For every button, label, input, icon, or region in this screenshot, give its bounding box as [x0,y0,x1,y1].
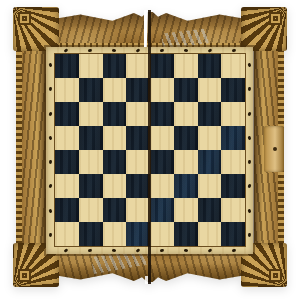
corner-boss-icon [18,12,31,25]
square-r6c3[interactable] [103,174,127,198]
square-r8c5[interactable] [150,222,174,246]
margin-mark [64,248,69,252]
square-r2c5[interactable] [150,78,174,102]
margin-mark [184,249,189,253]
square-r5c7[interactable] [198,150,222,174]
square-r5c6[interactable] [174,150,198,174]
margin-mark [247,63,251,68]
margin-mark [48,63,52,68]
square-r2c6[interactable] [174,78,198,102]
margin-mark [112,249,117,253]
square-r2c2[interactable] [79,78,103,102]
margin-mark [184,48,189,52]
square-r8c6[interactable] [174,222,198,246]
square-r5c2[interactable] [79,150,103,174]
square-r4c7[interactable] [198,126,222,150]
margin-mark [160,48,164,51]
square-r7c1[interactable] [55,198,79,222]
square-r8c4[interactable] [126,222,150,246]
margin-mark [112,48,117,52]
margin-marks-right [246,53,253,247]
square-r4c1[interactable] [55,126,79,150]
square-r8c3[interactable] [103,222,127,246]
margin-mark [232,249,236,252]
margin-mark [88,249,92,252]
margin-mark [49,111,53,116]
square-r6c5[interactable] [150,174,174,198]
square-r6c7[interactable] [198,174,222,198]
square-r7c8[interactable] [221,198,245,222]
square-r3c6[interactable] [174,102,198,126]
margin-mark [208,48,213,52]
square-r7c6[interactable] [174,198,198,222]
clasp-pin-icon [273,147,277,151]
square-r1c4[interactable] [126,54,150,78]
corner-boss-icon [269,269,282,282]
square-r6c4[interactable] [126,174,150,198]
margin-mark [49,233,52,237]
margin-mark [48,135,52,140]
board-grid [54,53,246,247]
square-r1c6[interactable] [174,54,198,78]
notched-edge-left [16,20,22,274]
margin-mark [49,184,53,189]
square-r4c6[interactable] [174,126,198,150]
margin-mark [136,248,141,252]
square-r1c3[interactable] [103,54,127,78]
corner-boss-icon [269,12,282,25]
square-r7c5[interactable] [150,198,174,222]
square-r6c6[interactable] [174,174,198,198]
square-r2c1[interactable] [55,78,79,102]
square-r2c8[interactable] [221,78,245,102]
margin-mark [247,208,251,213]
square-r5c4[interactable] [126,150,150,174]
margin-mark [247,135,251,140]
margin-mark [88,48,92,51]
square-r4c3[interactable] [103,126,127,150]
square-r3c4[interactable] [126,102,150,126]
square-r2c4[interactable] [126,78,150,102]
square-r5c1[interactable] [55,150,79,174]
chess-board [16,10,284,284]
margin-mark [48,208,52,213]
square-r3c1[interactable] [55,102,79,126]
margin-marks-bottom [54,247,246,254]
square-r6c1[interactable] [55,174,79,198]
photo-scene [0,0,300,300]
square-r1c2[interactable] [79,54,103,78]
margin-mark [248,160,251,164]
square-r1c8[interactable] [221,54,245,78]
square-r7c7[interactable] [198,198,222,222]
square-r6c8[interactable] [221,174,245,198]
margin-mark [248,233,251,237]
corner-boss-icon [18,269,31,282]
margin-marks-left [47,53,54,247]
clasp-latch [264,126,284,172]
margin-mark [248,111,252,116]
square-r7c4[interactable] [126,198,150,222]
square-r8c7[interactable] [198,222,222,246]
square-r3c5[interactable] [150,102,174,126]
square-r5c8[interactable] [221,150,245,174]
margin-mark [248,184,252,189]
square-r3c2[interactable] [79,102,103,126]
margin-mark [64,48,69,52]
corner-fan-top-left [13,7,59,51]
margin-mark [248,87,251,91]
corner-fan-top-right [241,7,287,51]
margin-mark [136,48,141,52]
margin-mark [49,160,52,164]
square-r4c8[interactable] [221,126,245,150]
board-panel [46,47,253,254]
square-r4c2[interactable] [79,126,103,150]
square-r1c7[interactable] [198,54,222,78]
square-r1c1[interactable] [55,54,79,78]
margin-mark [49,87,52,91]
square-r7c3[interactable] [103,198,127,222]
square-r3c8[interactable] [221,102,245,126]
square-r3c7[interactable] [198,102,222,126]
square-r5c5[interactable] [150,150,174,174]
square-r8c1[interactable] [55,222,79,246]
margin-mark [232,48,236,51]
square-r4c5[interactable] [150,126,174,150]
margin-mark [208,248,213,252]
margin-mark [160,249,164,252]
square-r2c3[interactable] [103,78,127,102]
square-r8c2[interactable] [79,222,103,246]
square-r3c3[interactable] [103,102,127,126]
square-r1c5[interactable] [150,54,174,78]
square-r4c4[interactable] [126,126,150,150]
square-r5c3[interactable] [103,150,127,174]
square-r7c2[interactable] [79,198,103,222]
square-r6c2[interactable] [79,174,103,198]
square-r2c7[interactable] [198,78,222,102]
square-r8c8[interactable] [221,222,245,246]
